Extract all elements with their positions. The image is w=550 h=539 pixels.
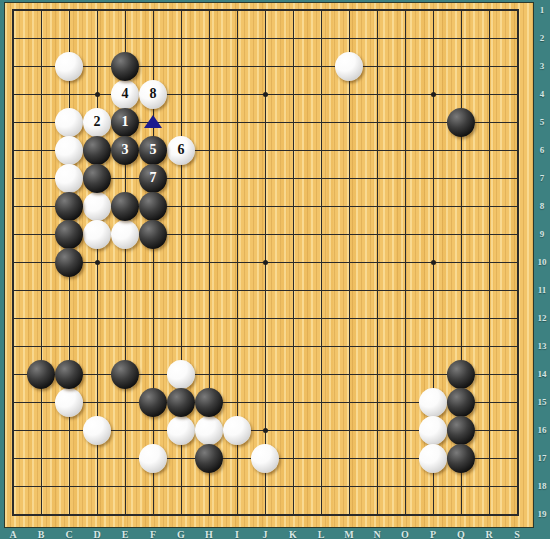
- coord-letter-K: K: [286, 529, 300, 539]
- white-stone-G14: [167, 360, 195, 389]
- hoshi-point-J16: [263, 428, 268, 433]
- point-J16: [251, 416, 279, 444]
- point-G14: [167, 360, 195, 388]
- black-stone-F15: [139, 388, 167, 417]
- point-D7: [83, 164, 111, 192]
- point-D5: 2: [83, 108, 111, 136]
- white-stone-J17: [251, 444, 279, 473]
- point-C10: [55, 248, 83, 276]
- black-stone-C14: [55, 360, 83, 389]
- white-stone-P16: [419, 416, 447, 445]
- hoshi-point-D4: [95, 92, 100, 97]
- black-stone-E8: [111, 192, 139, 221]
- point-E4: 4: [111, 80, 139, 108]
- coord-number-3: 3: [535, 61, 549, 71]
- coord-number-12: 12: [535, 313, 549, 323]
- black-stone-H15: [195, 388, 223, 417]
- white-stone-F17: [139, 444, 167, 473]
- point-C9: [55, 220, 83, 248]
- point-C5: [55, 108, 83, 136]
- coord-number-2: 2: [535, 33, 549, 43]
- black-stone-Q15: [447, 388, 475, 417]
- coord-letter-I: I: [230, 529, 244, 539]
- black-stone-F7: 7: [139, 164, 167, 193]
- white-stone-H16: [195, 416, 223, 445]
- coord-number-18: 18: [535, 481, 549, 491]
- point-D4: [83, 80, 111, 108]
- white-stone-P15: [419, 388, 447, 417]
- point-D6: [83, 136, 111, 164]
- black-stone-Q5: [447, 108, 475, 137]
- white-stone-E4: 4: [111, 80, 139, 109]
- white-stone-D16: [83, 416, 111, 445]
- white-stone-D8: [83, 192, 111, 221]
- coord-letter-O: O: [398, 529, 412, 539]
- move-number-label: 1: [122, 115, 129, 130]
- black-stone-E6: 3: [111, 136, 139, 165]
- coord-letter-S: S: [510, 529, 524, 539]
- black-stone-C9: [55, 220, 83, 249]
- coord-letter-D: D: [90, 529, 104, 539]
- white-stone-G16: [167, 416, 195, 445]
- point-E3: [111, 52, 139, 80]
- black-stone-B14: [27, 360, 55, 389]
- point-J4: [251, 80, 279, 108]
- point-F9: [139, 220, 167, 248]
- point-Q14: [447, 360, 475, 388]
- black-stone-E14: [111, 360, 139, 389]
- black-stone-Q16: [447, 416, 475, 445]
- point-C6: [55, 136, 83, 164]
- point-D8: [83, 192, 111, 220]
- point-P10: [419, 248, 447, 276]
- point-C8: [55, 192, 83, 220]
- coord-letter-G: G: [174, 529, 188, 539]
- coord-letter-P: P: [426, 529, 440, 539]
- point-J10: [251, 248, 279, 276]
- white-stone-F4: 8: [139, 80, 167, 109]
- coord-number-16: 16: [535, 425, 549, 435]
- white-stone-G6: 6: [167, 136, 195, 165]
- coord-number-9: 9: [535, 229, 549, 239]
- point-J17: [251, 444, 279, 472]
- point-M3: [335, 52, 363, 80]
- black-stone-F6: 5: [139, 136, 167, 165]
- point-Q15: [447, 388, 475, 416]
- hoshi-point-P10: [431, 260, 436, 265]
- black-stone-Q14: [447, 360, 475, 389]
- coord-number-17: 17: [535, 453, 549, 463]
- point-H16: [195, 416, 223, 444]
- point-F17: [139, 444, 167, 472]
- coord-number-7: 7: [535, 173, 549, 183]
- coord-number-10: 10: [535, 257, 549, 267]
- coord-letter-N: N: [370, 529, 384, 539]
- point-D16: [83, 416, 111, 444]
- white-stone-C7: [55, 164, 83, 193]
- black-stone-D6: [83, 136, 111, 165]
- point-P16: [419, 416, 447, 444]
- black-stone-Q17: [447, 444, 475, 473]
- coord-letter-M: M: [342, 529, 356, 539]
- point-C3: [55, 52, 83, 80]
- hoshi-point-D10: [95, 260, 100, 265]
- point-C15: [55, 388, 83, 416]
- white-stone-D5: 2: [83, 108, 111, 137]
- black-stone-G15: [167, 388, 195, 417]
- coord-letter-Q: Q: [454, 529, 468, 539]
- white-stone-I16: [223, 416, 251, 445]
- black-stone-F9: [139, 220, 167, 249]
- move-number-label: 7: [150, 171, 157, 186]
- coord-number-11: 11: [535, 285, 549, 295]
- white-stone-C5: [55, 108, 83, 137]
- triangle-marker-F5: [144, 115, 162, 128]
- point-E6: 3: [111, 136, 139, 164]
- coord-letter-A: A: [6, 529, 20, 539]
- black-stone-F8: [139, 192, 167, 221]
- coord-letter-R: R: [482, 529, 496, 539]
- coord-letter-C: C: [62, 529, 76, 539]
- point-P17: [419, 444, 447, 472]
- point-Q16: [447, 416, 475, 444]
- black-stone-D7: [83, 164, 111, 193]
- coord-letter-L: L: [314, 529, 328, 539]
- coord-letter-F: F: [146, 529, 160, 539]
- point-G16: [167, 416, 195, 444]
- move-number-label: 2: [94, 115, 101, 130]
- point-H15: [195, 388, 223, 416]
- point-I16: [223, 416, 251, 444]
- point-E5: 1: [111, 108, 139, 136]
- point-D10: [83, 248, 111, 276]
- hoshi-point-J10: [263, 260, 268, 265]
- point-G15: [167, 388, 195, 416]
- coord-number-4: 4: [535, 89, 549, 99]
- point-F15: [139, 388, 167, 416]
- point-E8: [111, 192, 139, 220]
- black-stone-C8: [55, 192, 83, 221]
- point-E9: [111, 220, 139, 248]
- point-F5: [139, 108, 167, 136]
- hoshi-point-P4: [431, 92, 436, 97]
- point-H17: [195, 444, 223, 472]
- move-number-label: 4: [122, 87, 129, 102]
- go-board[interactable]: 48261357: [0, 0, 531, 528]
- coord-letter-H: H: [202, 529, 216, 539]
- coord-number-1: 1: [535, 5, 549, 15]
- point-P4: [419, 80, 447, 108]
- point-D9: [83, 220, 111, 248]
- point-F6: 5: [139, 136, 167, 164]
- white-stone-P17: [419, 444, 447, 473]
- move-number-label: 5: [150, 143, 157, 158]
- black-stone-E3: [111, 52, 139, 81]
- point-B14: [27, 360, 55, 388]
- black-stone-E5: 1: [111, 108, 139, 137]
- coord-letter-J: J: [258, 529, 272, 539]
- coord-number-13: 13: [535, 341, 549, 351]
- move-number-label: 8: [150, 87, 157, 102]
- point-Q5: [447, 108, 475, 136]
- coord-letter-E: E: [118, 529, 132, 539]
- move-number-label: 6: [178, 143, 185, 158]
- coord-number-8: 8: [535, 201, 549, 211]
- black-stone-H17: [195, 444, 223, 473]
- point-G6: 6: [167, 136, 195, 164]
- point-P15: [419, 388, 447, 416]
- white-stone-C6: [55, 136, 83, 165]
- point-F7: 7: [139, 164, 167, 192]
- point-F4: 8: [139, 80, 167, 108]
- coord-letter-B: B: [34, 529, 48, 539]
- move-number-label: 3: [122, 143, 129, 158]
- point-Q17: [447, 444, 475, 472]
- coord-number-19: 19: [535, 509, 549, 519]
- white-stone-D9: [83, 220, 111, 249]
- coord-number-6: 6: [535, 145, 549, 155]
- white-stone-C15: [55, 388, 83, 417]
- point-F8: [139, 192, 167, 220]
- point-C14: [55, 360, 83, 388]
- point-E14: [111, 360, 139, 388]
- white-stone-M3: [335, 52, 363, 81]
- black-stone-C10: [55, 248, 83, 277]
- white-stone-E9: [111, 220, 139, 249]
- coord-number-14: 14: [535, 369, 549, 379]
- white-stone-C3: [55, 52, 83, 81]
- point-C7: [55, 164, 83, 192]
- coord-number-5: 5: [535, 117, 549, 127]
- hoshi-point-J4: [263, 92, 268, 97]
- coord-number-15: 15: [535, 397, 549, 407]
- go-board-window: 48261357 ABCDEFGHIJKLMNOPQRS 12345678910…: [0, 0, 550, 539]
